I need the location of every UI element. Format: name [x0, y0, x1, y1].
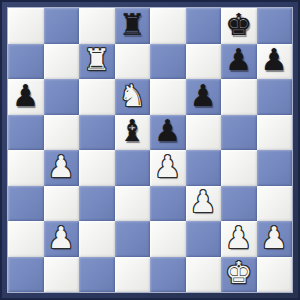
- square-b7[interactable]: [44, 44, 80, 80]
- square-e4[interactable]: ♟: [150, 150, 186, 186]
- square-c4[interactable]: [79, 150, 115, 186]
- square-d7[interactable]: [115, 44, 151, 80]
- square-a3[interactable]: [8, 186, 44, 222]
- square-h1[interactable]: [257, 257, 293, 293]
- square-c5[interactable]: [79, 115, 115, 151]
- white-pawn-icon: ♟: [190, 187, 217, 217]
- square-h4[interactable]: [257, 150, 293, 186]
- square-a4[interactable]: [8, 150, 44, 186]
- square-f7[interactable]: [186, 44, 222, 80]
- square-b2[interactable]: ♟: [44, 221, 80, 257]
- square-b3[interactable]: [44, 186, 80, 222]
- black-pawn-icon: ♟: [12, 81, 39, 111]
- square-e8[interactable]: [150, 8, 186, 44]
- square-d8[interactable]: ♜: [115, 8, 151, 44]
- square-h6[interactable]: [257, 79, 293, 115]
- square-e1[interactable]: [150, 257, 186, 293]
- black-rook-icon: ♜: [119, 10, 146, 40]
- square-b1[interactable]: [44, 257, 80, 293]
- square-c7[interactable]: ♜: [79, 44, 115, 80]
- square-a5[interactable]: [8, 115, 44, 151]
- chess-board-frame: ♜♚♜♟♟♟♞♟♝♟♟♟♟♟♟♟♚: [0, 0, 300, 300]
- square-b5[interactable]: [44, 115, 80, 151]
- square-b4[interactable]: ♟: [44, 150, 80, 186]
- square-f2[interactable]: [186, 221, 222, 257]
- square-a8[interactable]: [8, 8, 44, 44]
- square-c1[interactable]: [79, 257, 115, 293]
- square-f6[interactable]: ♟: [186, 79, 222, 115]
- square-c6[interactable]: [79, 79, 115, 115]
- square-a1[interactable]: [8, 257, 44, 293]
- square-g6[interactable]: [221, 79, 257, 115]
- square-b6[interactable]: [44, 79, 80, 115]
- square-d5[interactable]: ♝: [115, 115, 151, 151]
- square-h8[interactable]: [257, 8, 293, 44]
- square-g7[interactable]: ♟: [221, 44, 257, 80]
- black-pawn-icon: ♟: [261, 45, 288, 75]
- black-pawn-icon: ♟: [225, 45, 252, 75]
- square-c3[interactable]: [79, 186, 115, 222]
- white-knight-icon: ♞: [119, 81, 146, 111]
- black-pawn-icon: ♟: [154, 116, 181, 146]
- square-g5[interactable]: [221, 115, 257, 151]
- square-d3[interactable]: [115, 186, 151, 222]
- white-king-icon: ♚: [225, 258, 252, 288]
- square-d2[interactable]: [115, 221, 151, 257]
- square-h2[interactable]: ♟: [257, 221, 293, 257]
- black-pawn-icon: ♟: [190, 81, 217, 111]
- square-g8[interactable]: ♚: [221, 8, 257, 44]
- black-bishop-icon: ♝: [119, 116, 146, 146]
- square-a7[interactable]: [8, 44, 44, 80]
- white-pawn-icon: ♟: [48, 152, 75, 182]
- square-a6[interactable]: ♟: [8, 79, 44, 115]
- square-d1[interactable]: [115, 257, 151, 293]
- square-f4[interactable]: [186, 150, 222, 186]
- square-e2[interactable]: [150, 221, 186, 257]
- square-g3[interactable]: [221, 186, 257, 222]
- square-e7[interactable]: [150, 44, 186, 80]
- square-g1[interactable]: ♚: [221, 257, 257, 293]
- white-pawn-icon: ♟: [261, 223, 288, 253]
- chess-board: ♜♚♜♟♟♟♞♟♝♟♟♟♟♟♟♟♚: [8, 8, 292, 292]
- square-b8[interactable]: [44, 8, 80, 44]
- square-h7[interactable]: ♟: [257, 44, 293, 80]
- square-d4[interactable]: [115, 150, 151, 186]
- square-c8[interactable]: [79, 8, 115, 44]
- square-e5[interactable]: ♟: [150, 115, 186, 151]
- square-e6[interactable]: [150, 79, 186, 115]
- square-g2[interactable]: ♟: [221, 221, 257, 257]
- square-g4[interactable]: [221, 150, 257, 186]
- square-f1[interactable]: [186, 257, 222, 293]
- square-h3[interactable]: [257, 186, 293, 222]
- square-e3[interactable]: [150, 186, 186, 222]
- square-d6[interactable]: ♞: [115, 79, 151, 115]
- square-f5[interactable]: [186, 115, 222, 151]
- square-f3[interactable]: ♟: [186, 186, 222, 222]
- white-rook-icon: ♜: [83, 45, 110, 75]
- white-pawn-icon: ♟: [154, 152, 181, 182]
- white-pawn-icon: ♟: [48, 223, 75, 253]
- square-f8[interactable]: [186, 8, 222, 44]
- square-c2[interactable]: [79, 221, 115, 257]
- square-h5[interactable]: [257, 115, 293, 151]
- black-king-icon: ♚: [225, 10, 252, 40]
- white-pawn-icon: ♟: [225, 223, 252, 253]
- square-a2[interactable]: [8, 221, 44, 257]
